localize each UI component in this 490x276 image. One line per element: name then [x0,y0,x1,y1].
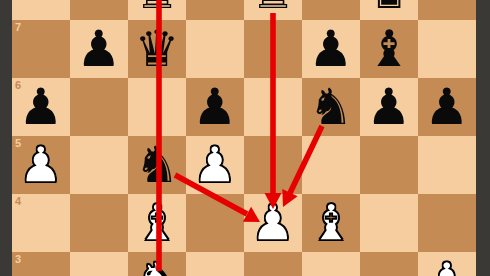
square-f3[interactable] [302,252,360,276]
piece-black-pawn-a6[interactable]: ♟ [12,78,70,136]
rank-label-3: 3 [15,253,21,265]
square-e6[interactable] [244,78,302,136]
square-b5[interactable] [70,136,128,194]
piece-white-pawn-a5[interactable]: ♟ [12,136,70,194]
piece-white-bishop-f4[interactable]: ♝ [302,194,360,252]
square-h7[interactable] [418,20,476,78]
piece-white-pawn-d5[interactable]: ♟ [186,136,244,194]
square-f5[interactable] [302,136,360,194]
chess-board[interactable]: 76543♜♜♚♟♛♟♝♟♟♞♟♟♟♞♟♝♟♝♞♟ [12,0,476,276]
piece-black-bishop-g7[interactable]: ♝ [360,20,418,78]
square-h8[interactable] [418,0,476,20]
piece-black-pawn-g6[interactable]: ♟ [360,78,418,136]
square-a8[interactable] [12,0,70,20]
square-g5[interactable] [360,136,418,194]
piece-black-pawn-h6[interactable]: ♟ [418,78,476,136]
square-h5[interactable] [418,136,476,194]
piece-black-rook-e8[interactable]: ♜ [244,0,302,20]
piece-black-pawn-b7[interactable]: ♟ [70,20,128,78]
square-e7[interactable] [244,20,302,78]
square-e3[interactable] [244,252,302,276]
piece-white-knight-c3[interactable]: ♞ [128,252,186,276]
square-b8[interactable] [70,0,128,20]
piece-black-knight-f6[interactable]: ♞ [302,78,360,136]
square-e5[interactable] [244,136,302,194]
piece-white-bishop-c4[interactable]: ♝ [128,194,186,252]
square-d8[interactable] [186,0,244,20]
piece-black-pawn-f7[interactable]: ♟ [302,20,360,78]
square-g4[interactable] [360,194,418,252]
piece-black-king-g8[interactable]: ♚ [360,0,418,20]
square-d7[interactable] [186,20,244,78]
piece-black-knight-c5[interactable]: ♞ [128,136,186,194]
piece-white-pawn-e4[interactable]: ♟ [244,194,302,252]
square-d3[interactable] [186,252,244,276]
piece-black-queen-c7[interactable]: ♛ [128,20,186,78]
square-f8[interactable] [302,0,360,20]
piece-black-rook-c8[interactable]: ♜ [128,0,186,20]
square-b6[interactable] [70,78,128,136]
square-d4[interactable] [186,194,244,252]
square-c6[interactable] [128,78,186,136]
square-b4[interactable] [70,194,128,252]
piece-black-pawn-d6[interactable]: ♟ [186,78,244,136]
page-background: 76543♜♜♚♟♛♟♝♟♟♞♟♟♟♞♟♝♟♝♞♟ [0,0,490,276]
rank-label-7: 7 [15,21,21,33]
piece-white-pawn-h3[interactable]: ♟ [418,252,476,276]
square-b3[interactable] [70,252,128,276]
square-h4[interactable] [418,194,476,252]
rank-label-4: 4 [15,195,21,207]
square-g3[interactable] [360,252,418,276]
